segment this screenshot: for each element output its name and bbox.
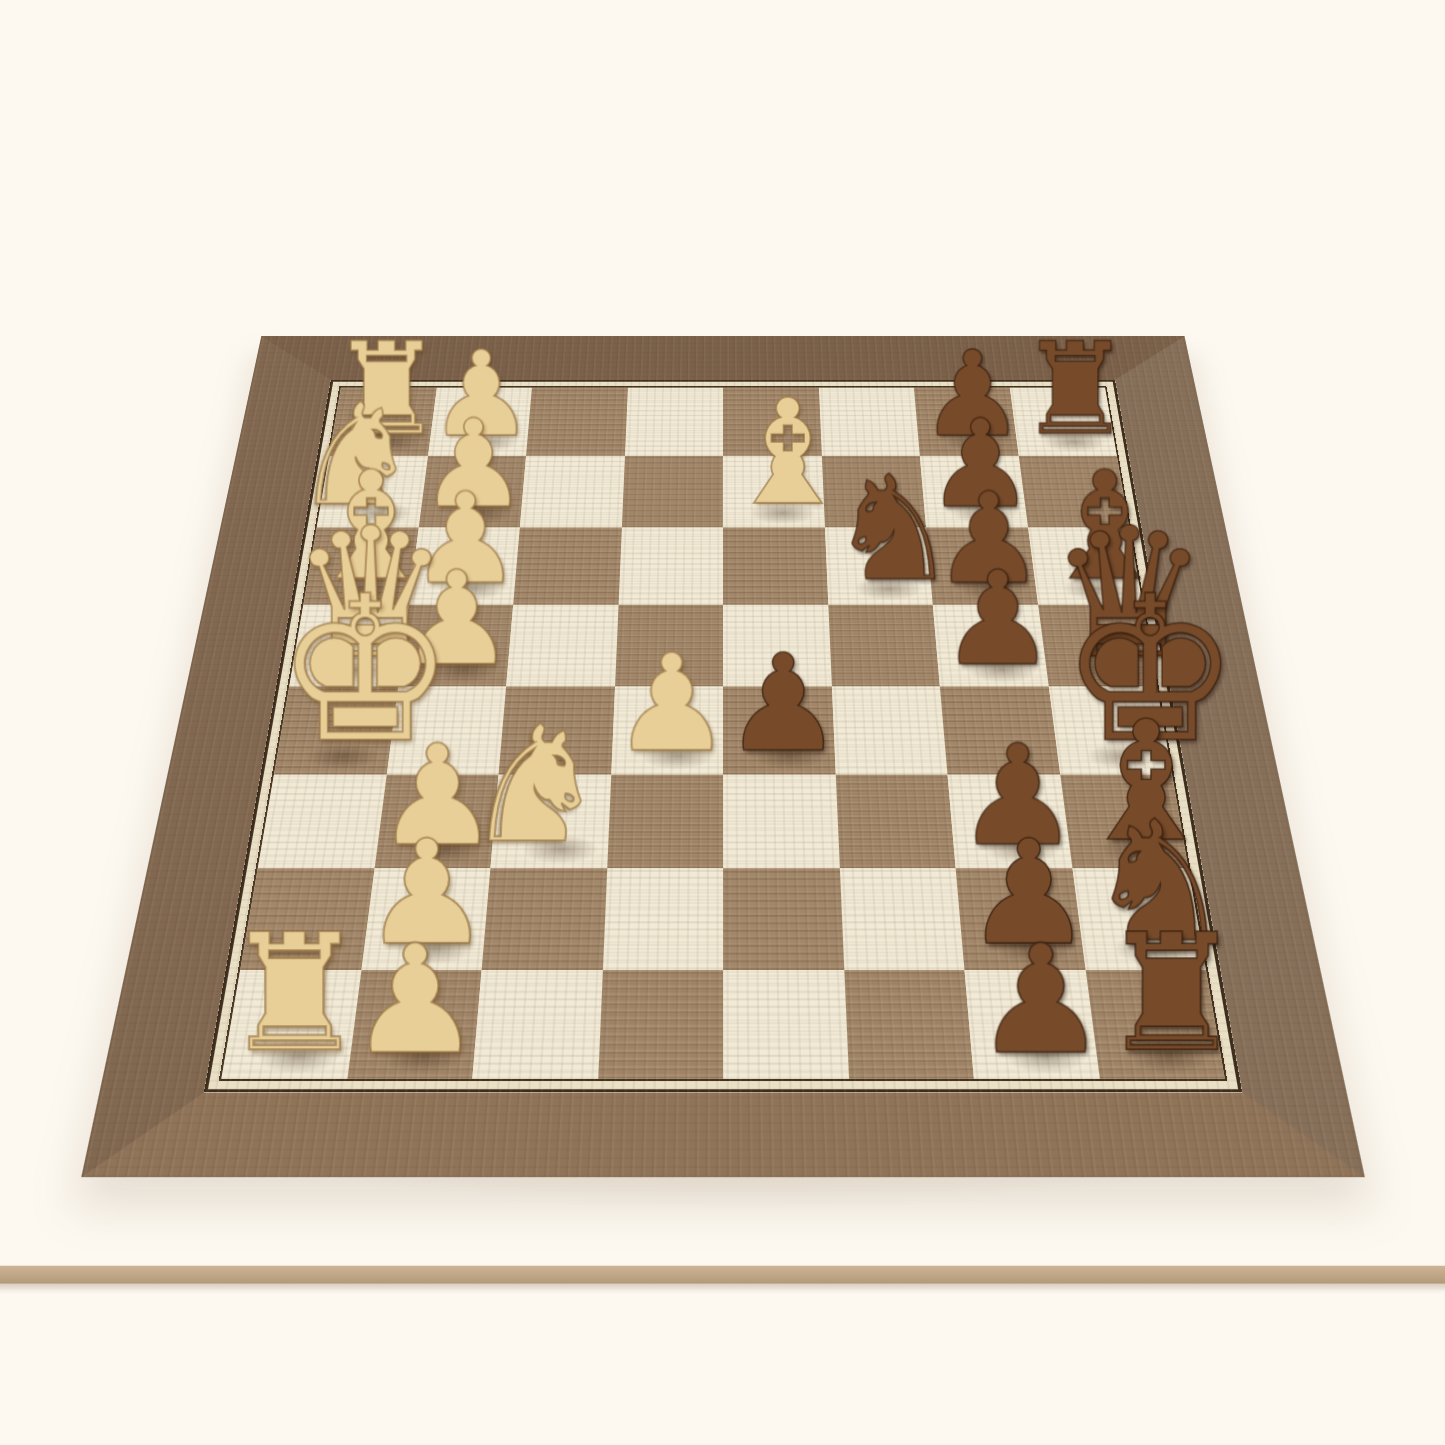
square-f5 (723, 774, 839, 868)
photo-backdrop: ♜♟♟♜♞♟♝♟♝♟♞♟♝♛♟♟♛♚♟♟♚♟♞♟♝♟♟♞♜♟♟♜ (0, 0, 1445, 1445)
square-h2: ♟ (346, 969, 481, 1078)
white-knight-f3: ♞ (490, 703, 606, 864)
square-h6 (843, 969, 973, 1078)
white-pawn-e4: ♟ (610, 636, 722, 770)
square-e1: ♚ (274, 686, 398, 774)
piece-shadow (520, 834, 598, 863)
square-b5: ♝ (723, 455, 825, 527)
square-g6 (839, 868, 964, 969)
square-a2: ♟ (427, 387, 531, 455)
square-g3 (481, 868, 606, 969)
square-g8: ♞ (1071, 868, 1205, 969)
square-e5: ♟ (723, 686, 835, 774)
square-g2: ♟ (360, 868, 489, 969)
square-e2 (386, 686, 506, 774)
piece-shadow (949, 501, 1018, 523)
scene: ♜♟♟♜♞♟♝♟♝♟♞♟♝♛♟♟♛♚♟♟♚♟♞♟♝♟♟♞♜♟♟♜ (0, 0, 1445, 1445)
square-a1: ♜ (329, 387, 436, 455)
square-e8: ♚ (1048, 686, 1172, 774)
piece-shadow (965, 657, 1039, 682)
chessboard: ♜♟♟♜♞♟♝♟♝♟♞♟♝♛♟♟♛♚♟♟♚♟♞♟♝♟♟♞♜♟♟♜ (81, 336, 1365, 1177)
piece-shadow (445, 501, 514, 523)
square-d3 (506, 604, 618, 686)
square-d1: ♛ (289, 604, 408, 686)
piece-shadow (436, 576, 507, 599)
piece-shadow (303, 742, 381, 769)
square-b1: ♞ (316, 455, 427, 527)
piece-shadow (1072, 657, 1147, 682)
square-f4 (606, 774, 722, 868)
square-d8: ♛ (1037, 604, 1156, 686)
square-d5 (723, 604, 831, 686)
piece-shadow (1097, 834, 1178, 863)
square-c1: ♝ (303, 527, 418, 604)
square-a3 (526, 387, 627, 455)
square-a7: ♟ (914, 387, 1018, 455)
board-border-fillet: ♜♟♟♜♞♟♝♟♝♟♞♟♝♛♟♟♛♚♟♟♚♟♞♟♝♟♟♞♜♟♟♜ (203, 379, 1241, 1091)
square-a4 (624, 387, 722, 455)
square-d6 (827, 604, 939, 686)
piece-shadow (392, 933, 474, 964)
piece-shadow (343, 501, 413, 523)
square-c8: ♝ (1027, 527, 1142, 604)
piece-shadow (453, 431, 520, 452)
piece-shadow (1002, 1039, 1088, 1072)
square-c4 (618, 527, 723, 604)
playing-area: ♜♟♟♜♞♟♝♟♝♟♞♟♝♛♟♟♛♚♟♟♚♟♞♟♝♟♟♞♜♟♟♜ (218, 386, 1227, 1080)
square-a5 (723, 387, 821, 455)
black-pawn-e5: ♟ (723, 636, 835, 770)
square-f7: ♟ (947, 774, 1071, 868)
square-c7: ♟ (926, 527, 1038, 604)
square-g4 (602, 868, 723, 969)
piece-shadow (992, 933, 1075, 964)
square-f6 (835, 774, 955, 868)
piece-shadow (1111, 933, 1195, 964)
square-h8: ♜ (1085, 969, 1225, 1078)
piece-shadow (1040, 431, 1108, 452)
square-g5 (723, 868, 844, 969)
piece-shadow (331, 576, 403, 599)
square-h5 (723, 969, 848, 1078)
piece-shadow (751, 742, 825, 769)
square-a6 (818, 387, 919, 455)
square-e4: ♟ (610, 686, 722, 774)
square-b4 (621, 455, 723, 527)
piece-shadow (254, 1039, 341, 1072)
piece-shadow (318, 657, 393, 682)
square-e7 (939, 686, 1059, 774)
square-f8: ♝ (1059, 774, 1188, 868)
square-f3: ♞ (490, 774, 610, 868)
piece-shadow (943, 431, 1010, 452)
square-b2: ♟ (418, 455, 526, 527)
square-h7: ♟ (964, 969, 1099, 1078)
square-b6 (821, 455, 926, 527)
square-g7: ♟ (955, 868, 1084, 969)
piece-shadow (982, 834, 1061, 863)
square-h4 (597, 969, 722, 1078)
piece-shadow (1061, 576, 1133, 599)
piece-shadow (426, 657, 500, 682)
square-d4 (614, 604, 722, 686)
square-c6: ♞ (824, 527, 932, 604)
square-a8: ♜ (1009, 387, 1116, 455)
piece-shadow (1126, 1039, 1213, 1072)
white-pawn-f2: ♟ (374, 725, 490, 864)
piece-shadow (957, 576, 1028, 599)
square-g1 (240, 868, 374, 969)
piece-shadow (640, 742, 714, 769)
board-side-edge (0, 1265, 1445, 1283)
square-d7: ♟ (932, 604, 1048, 686)
square-h3 (472, 969, 602, 1078)
square-c3 (513, 527, 621, 604)
square-e3 (498, 686, 614, 774)
piece-shadow (380, 1039, 466, 1072)
square-b7: ♟ (919, 455, 1027, 527)
square-c5 (723, 527, 828, 604)
square-h1: ♜ (221, 969, 361, 1078)
square-e6 (831, 686, 947, 774)
piece-shadow (355, 431, 423, 452)
square-c2: ♟ (408, 527, 520, 604)
square-d2: ♟ (397, 604, 513, 686)
square-f2: ♟ (374, 774, 498, 868)
piece-shadow (1084, 742, 1162, 769)
square-b3 (519, 455, 624, 527)
square-b8 (1018, 455, 1129, 527)
square-f1 (257, 774, 386, 868)
piece-shadow (749, 501, 816, 523)
board-tilt-wrapper: ♜♟♟♜♞♟♝♟♝♟♞♟♝♛♟♟♛♚♟♟♚♟♞♟♝♟♟♞♜♟♟♜ (81, 336, 1365, 1177)
piece-shadow (853, 576, 923, 599)
black-pawn-f7: ♟ (955, 725, 1071, 864)
piece-shadow (404, 834, 483, 863)
